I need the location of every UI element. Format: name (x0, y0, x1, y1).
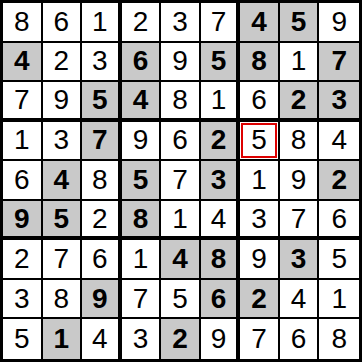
cell-r4c1[interactable]: 1 (3, 122, 43, 162)
cell-r9c6[interactable]: 9 (201, 319, 241, 359)
cell-r9c1[interactable]: 5 (3, 319, 43, 359)
cell-r4c8[interactable]: 8 (280, 122, 320, 162)
cell-r3c7[interactable]: 6 (240, 82, 280, 122)
cell-r5c3[interactable]: 8 (82, 161, 122, 201)
cell-r2c6[interactable]: 5 (201, 43, 241, 83)
cell-r8c5[interactable]: 5 (161, 280, 201, 320)
cell-r2c4[interactable]: 6 (122, 43, 162, 83)
cell-r9c3[interactable]: 4 (82, 319, 122, 359)
cell-r3c4[interactable]: 4 (122, 82, 162, 122)
cell-r9c9[interactable]: 8 (319, 319, 359, 359)
cell-r4c3[interactable]: 7 (82, 122, 122, 162)
cell-r3c1[interactable]: 7 (3, 82, 43, 122)
cell-r2c2[interactable]: 2 (43, 43, 83, 83)
cell-r8c9[interactable]: 1 (319, 280, 359, 320)
sudoku-board: 8612374594236958177954816231379625846485… (0, 0, 362, 362)
cell-r2c1[interactable]: 4 (3, 43, 43, 83)
cell-r8c3[interactable]: 9 (82, 280, 122, 320)
cell-r9c8[interactable]: 6 (280, 319, 320, 359)
cell-r6c1[interactable]: 9 (3, 201, 43, 241)
cell-r1c2[interactable]: 6 (43, 3, 83, 43)
cell-r6c6[interactable]: 4 (201, 201, 241, 241)
cell-r9c2[interactable]: 1 (43, 319, 83, 359)
cell-r5c9[interactable]: 2 (319, 161, 359, 201)
cell-r5c8[interactable]: 9 (280, 161, 320, 201)
cell-r4c2[interactable]: 3 (43, 122, 83, 162)
cell-r3c9[interactable]: 3 (319, 82, 359, 122)
cell-r3c2[interactable]: 9 (43, 82, 83, 122)
cell-r1c1[interactable]: 8 (3, 3, 43, 43)
cell-r6c3[interactable]: 2 (82, 201, 122, 241)
cell-r6c8[interactable]: 7 (280, 201, 320, 241)
cell-r5c5[interactable]: 7 (161, 161, 201, 201)
cell-r5c6[interactable]: 3 (201, 161, 241, 201)
cell-r6c2[interactable]: 5 (43, 201, 83, 241)
cell-r6c7[interactable]: 3 (240, 201, 280, 241)
cell-r8c1[interactable]: 3 (3, 280, 43, 320)
cell-r7c8[interactable]: 3 (280, 240, 320, 280)
cell-r5c7[interactable]: 1 (240, 161, 280, 201)
cell-r6c9[interactable]: 6 (319, 201, 359, 241)
cell-r6c4[interactable]: 8 (122, 201, 162, 241)
cell-r8c4[interactable]: 7 (122, 280, 162, 320)
cell-r2c8[interactable]: 1 (280, 43, 320, 83)
cell-r5c1[interactable]: 6 (3, 161, 43, 201)
cell-r1c7[interactable]: 4 (240, 3, 280, 43)
cell-r1c8[interactable]: 5 (280, 3, 320, 43)
cell-r7c7[interactable]: 9 (240, 240, 280, 280)
cell-r2c5[interactable]: 9 (161, 43, 201, 83)
cell-r3c6[interactable]: 1 (201, 82, 241, 122)
cell-r4c6[interactable]: 2 (201, 122, 241, 162)
cell-r4c9[interactable]: 4 (319, 122, 359, 162)
cell-r1c4[interactable]: 2 (122, 3, 162, 43)
cell-r7c5[interactable]: 4 (161, 240, 201, 280)
cell-r9c5[interactable]: 2 (161, 319, 201, 359)
cell-r3c5[interactable]: 8 (161, 82, 201, 122)
cell-r1c5[interactable]: 3 (161, 3, 201, 43)
cell-r9c7[interactable]: 7 (240, 319, 280, 359)
cell-r2c3[interactable]: 3 (82, 43, 122, 83)
cell-r3c8[interactable]: 2 (280, 82, 320, 122)
cell-r7c6[interactable]: 8 (201, 240, 241, 280)
cell-r7c1[interactable]: 2 (3, 240, 43, 280)
cell-r2c7[interactable]: 8 (240, 43, 280, 83)
cell-r4c5[interactable]: 6 (161, 122, 201, 162)
cell-r5c4[interactable]: 5 (122, 161, 162, 201)
cell-r7c9[interactable]: 5 (319, 240, 359, 280)
cell-r7c4[interactable]: 1 (122, 240, 162, 280)
cell-r8c7[interactable]: 2 (240, 280, 280, 320)
cell-r4c7[interactable]: 5 (240, 122, 280, 162)
cell-r5c2[interactable]: 4 (43, 161, 83, 201)
cell-r7c2[interactable]: 7 (43, 240, 83, 280)
cell-r8c2[interactable]: 8 (43, 280, 83, 320)
cell-r7c3[interactable]: 6 (82, 240, 122, 280)
cell-r1c6[interactable]: 7 (201, 3, 241, 43)
cell-r3c3[interactable]: 5 (82, 82, 122, 122)
cell-r4c4[interactable]: 9 (122, 122, 162, 162)
cell-r6c5[interactable]: 1 (161, 201, 201, 241)
cell-r1c3[interactable]: 1 (82, 3, 122, 43)
cell-r2c9[interactable]: 7 (319, 43, 359, 83)
cell-r9c4[interactable]: 3 (122, 319, 162, 359)
cell-r1c9[interactable]: 9 (319, 3, 359, 43)
cell-r8c8[interactable]: 4 (280, 280, 320, 320)
cell-r8c6[interactable]: 6 (201, 280, 241, 320)
